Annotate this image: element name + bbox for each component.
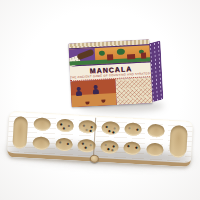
box-illustrations <box>70 77 152 107</box>
players-illustration <box>70 79 116 107</box>
pit-r1-c2[interactable]: ●●● <box>56 119 74 133</box>
box-front-panel: MANCALA THE ANCIENT GAME OF COUNTING AND… <box>68 39 152 107</box>
pit-r1-c6[interactable] <box>147 124 165 138</box>
building-icon <box>127 54 135 59</box>
pit-r1-c4[interactable]: ●●●● <box>102 121 120 135</box>
player-figure-icon <box>76 87 82 96</box>
pit-cell <box>146 123 166 140</box>
mancala-board: ●●●●●●●●●●●●●●●●●●●●●●●● <box>7 111 193 167</box>
product-box: MANCALA THE ANCIENT GAME OF COUNTING AND… <box>68 39 163 110</box>
player-figure-icon <box>93 85 99 94</box>
pit-r2-c5[interactable]: ●● <box>123 141 141 155</box>
building-icon <box>141 52 146 58</box>
box-main-area: MANCALA THE ANCIENT GAME OF COUNTING AND… <box>70 62 153 107</box>
pit-r2-c6[interactable] <box>146 142 164 156</box>
pit-cell <box>31 135 51 152</box>
hinge-knob-icon <box>90 154 99 162</box>
box-left-column: MANCALA THE ANCIENT GAME OF COUNTING AND… <box>70 62 153 107</box>
pit-cell <box>145 141 165 158</box>
tree-icon <box>117 49 125 55</box>
pattern-panel <box>115 77 152 105</box>
building-icon <box>107 54 113 60</box>
tree-icon <box>99 51 105 56</box>
hand-icon <box>76 49 94 61</box>
pit-r1-c5[interactable]: ●● <box>124 123 142 137</box>
board-right-store[interactable] <box>169 125 188 158</box>
pit-grid: ●●●●●●●●●●●●●●●●●●●●●●●● <box>31 116 166 157</box>
pit-r2-c1[interactable] <box>32 136 50 150</box>
pit-r2-c2[interactable]: ●● <box>55 137 73 151</box>
pit-cell: ●● <box>122 140 142 157</box>
pit-cell <box>32 116 52 133</box>
pit-cell: ●●●● <box>100 139 120 156</box>
pit-r1-c1[interactable] <box>33 118 51 132</box>
pit-cell: ●● <box>123 121 143 138</box>
pit-cell: ●● <box>54 136 74 153</box>
product-photo-scene: MANCALA THE ANCIENT GAME OF COUNTING AND… <box>0 0 200 200</box>
board-left-store[interactable] <box>12 116 28 149</box>
pit-cell: ●●● <box>55 118 75 135</box>
pit-r2-c4[interactable]: ●●●● <box>100 140 118 154</box>
pit-cell: ●●●● <box>101 120 121 137</box>
